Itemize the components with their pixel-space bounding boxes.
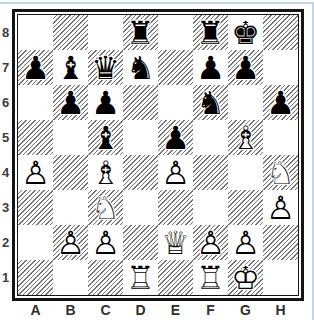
file-label-e: E [158, 301, 193, 319]
piece-white-rook-fill: ♜ [123, 260, 158, 295]
square-a2 [18, 225, 53, 260]
file-label-h: H [263, 301, 298, 319]
piece-white-queen-fill: ♛ [158, 225, 193, 260]
square-g2: ♟♙ [228, 225, 263, 260]
square-e8 [158, 15, 193, 50]
piece-white-pawn: ♙ [263, 190, 298, 225]
square-e6 [158, 85, 193, 120]
square-d5 [123, 120, 158, 155]
piece-white-knight-fill: ♞ [88, 190, 123, 225]
piece-black-bishop: ♝ [53, 50, 88, 85]
square-a7: ♟ [18, 50, 53, 85]
piece-white-pawn-fill: ♟ [263, 190, 298, 225]
rank-label-8: 8 [0, 15, 11, 50]
square-f2: ♟♙ [193, 225, 228, 260]
square-a1 [18, 260, 53, 295]
square-b6: ♟ [53, 85, 88, 120]
square-g7: ♟ [228, 50, 263, 85]
square-e5: ♟ [158, 120, 193, 155]
square-f1: ♜♖ [193, 260, 228, 295]
square-e3 [158, 190, 193, 225]
square-f8: ♜ [193, 15, 228, 50]
square-a3 [18, 190, 53, 225]
chess-board: ♜♜♚♟♝♛♞♟♟♟♟♞♟♝♟♝♗♟♙♝♗♟♙♞♘♞♘♟♙♟♙♟♙♛♕♟♙♟♙♜… [18, 15, 298, 295]
piece-white-pawn: ♙ [53, 225, 88, 260]
square-c8 [88, 15, 123, 50]
square-f6: ♞ [193, 85, 228, 120]
piece-black-rook: ♜ [193, 15, 228, 50]
piece-white-pawn: ♙ [88, 225, 123, 260]
rank-label-2: 2 [0, 225, 11, 260]
square-b3 [53, 190, 88, 225]
square-h7 [263, 50, 298, 85]
piece-black-pawn: ♟ [88, 85, 123, 120]
square-g6 [228, 85, 263, 120]
square-h1 [263, 260, 298, 295]
piece-white-rook: ♖ [193, 260, 228, 295]
square-c4: ♝♗ [88, 155, 123, 190]
square-h3: ♟♙ [263, 190, 298, 225]
piece-white-pawn-fill: ♟ [18, 155, 53, 190]
piece-white-rook-fill: ♜ [193, 260, 228, 295]
file-label-b: B [53, 301, 88, 319]
square-c7: ♛ [88, 50, 123, 85]
rank-label-6: 6 [0, 85, 11, 120]
piece-white-bishop-fill: ♝ [228, 120, 263, 155]
square-e7 [158, 50, 193, 85]
square-a4: ♟♙ [18, 155, 53, 190]
piece-black-knight: ♞ [123, 50, 158, 85]
square-h4: ♞♘ [263, 155, 298, 190]
square-g3 [228, 190, 263, 225]
rank-label-4: 4 [0, 155, 11, 190]
piece-white-pawn: ♙ [18, 155, 53, 190]
square-e1 [158, 260, 193, 295]
piece-white-bishop: ♗ [88, 155, 123, 190]
square-f5 [193, 120, 228, 155]
square-g4 [228, 155, 263, 190]
piece-white-pawn-fill: ♟ [158, 155, 193, 190]
square-e4: ♟♙ [158, 155, 193, 190]
frame-top-edge [0, 2, 314, 4]
piece-white-knight: ♘ [88, 190, 123, 225]
file-label-c: C [88, 301, 123, 319]
piece-black-pawn: ♟ [53, 85, 88, 120]
square-b7: ♝ [53, 50, 88, 85]
square-c5: ♝ [88, 120, 123, 155]
chess-diagram-page: 8 7 6 5 4 3 2 1 ♜♜♚♟♝♛♞♟♟♟♟♞♟♝♟♝♗♟♙♝♗♟♙♞… [0, 0, 314, 320]
square-b8 [53, 15, 88, 50]
piece-black-rook: ♜ [123, 15, 158, 50]
square-f3 [193, 190, 228, 225]
piece-white-bishop: ♗ [228, 120, 263, 155]
square-c2: ♟♙ [88, 225, 123, 260]
square-c3: ♞♘ [88, 190, 123, 225]
piece-black-pawn: ♟ [228, 50, 263, 85]
piece-black-pawn: ♟ [193, 50, 228, 85]
frame-right-edge [312, 2, 314, 320]
square-d4 [123, 155, 158, 190]
square-h8 [263, 15, 298, 50]
piece-black-knight: ♞ [193, 85, 228, 120]
piece-black-pawn: ♟ [18, 50, 53, 85]
square-d3 [123, 190, 158, 225]
piece-white-pawn: ♙ [193, 225, 228, 260]
square-b1 [53, 260, 88, 295]
square-h6: ♟ [263, 85, 298, 120]
piece-white-pawn: ♙ [228, 225, 263, 260]
chess-board-inner-border: ♜♜♚♟♝♛♞♟♟♟♟♞♟♝♟♝♗♟♙♝♗♟♙♞♘♞♘♟♙♟♙♟♙♛♕♟♙♟♙♜… [17, 14, 299, 296]
square-g1: ♚♔ [228, 260, 263, 295]
square-h2 [263, 225, 298, 260]
file-label-d: D [123, 301, 158, 319]
rank-label-7: 7 [0, 50, 11, 85]
square-h5 [263, 120, 298, 155]
square-b2: ♟♙ [53, 225, 88, 260]
piece-white-pawn-fill: ♟ [53, 225, 88, 260]
rank-labels: 8 7 6 5 4 3 2 1 [0, 15, 11, 295]
rank-label-3: 3 [0, 190, 11, 225]
square-g8: ♚ [228, 15, 263, 50]
square-d8: ♜ [123, 15, 158, 50]
square-f4 [193, 155, 228, 190]
piece-white-queen: ♕ [158, 225, 193, 260]
square-d1: ♜♖ [123, 260, 158, 295]
rank-label-5: 5 [0, 120, 11, 155]
square-b5 [53, 120, 88, 155]
piece-white-knight: ♘ [263, 155, 298, 190]
piece-white-knight-fill: ♞ [263, 155, 298, 190]
rank-label-1: 1 [0, 260, 11, 295]
piece-black-pawn: ♟ [263, 85, 298, 120]
square-a6 [18, 85, 53, 120]
file-label-f: F [193, 301, 228, 319]
piece-black-queen: ♛ [88, 50, 123, 85]
piece-white-pawn-fill: ♟ [228, 225, 263, 260]
piece-black-bishop: ♝ [88, 120, 123, 155]
piece-white-rook: ♖ [123, 260, 158, 295]
square-c6: ♟ [88, 85, 123, 120]
square-d2 [123, 225, 158, 260]
square-e2: ♛♕ [158, 225, 193, 260]
piece-white-king: ♔ [228, 260, 263, 295]
piece-white-pawn: ♙ [158, 155, 193, 190]
piece-white-bishop-fill: ♝ [88, 155, 123, 190]
square-a5 [18, 120, 53, 155]
square-c1 [88, 260, 123, 295]
square-b4 [53, 155, 88, 190]
file-label-a: A [18, 301, 53, 319]
piece-white-pawn-fill: ♟ [88, 225, 123, 260]
piece-black-king: ♚ [228, 15, 263, 50]
square-a8 [18, 15, 53, 50]
square-d7: ♞ [123, 50, 158, 85]
file-label-g: G [228, 301, 263, 319]
piece-white-king-fill: ♚ [228, 260, 263, 295]
piece-white-pawn-fill: ♟ [193, 225, 228, 260]
square-d6 [123, 85, 158, 120]
square-g5: ♝♗ [228, 120, 263, 155]
piece-black-pawn: ♟ [158, 120, 193, 155]
chess-board-frame: ♜♜♚♟♝♛♞♟♟♟♟♞♟♝♟♝♗♟♙♝♗♟♙♞♘♞♘♟♙♟♙♟♙♛♕♟♙♟♙♜… [12, 9, 304, 301]
file-labels: A B C D E F G H [18, 301, 298, 319]
square-f7: ♟ [193, 50, 228, 85]
